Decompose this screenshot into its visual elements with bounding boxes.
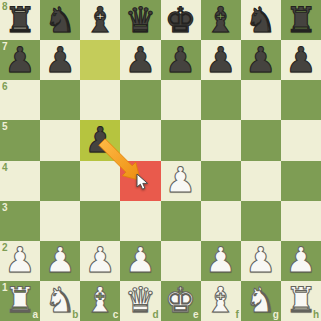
square-f7[interactable]: ♟ xyxy=(201,40,241,80)
piece-black-bishop-f8[interactable]: ♝ xyxy=(201,0,241,40)
piece-white-pawn-h2[interactable]: ♟ xyxy=(281,241,321,281)
piece-white-pawn-e4[interactable]: ♟ xyxy=(161,161,201,201)
rank-label-6: 6 xyxy=(2,82,8,92)
piece-white-rook-a1[interactable]: ♜ xyxy=(0,281,40,321)
square-a7[interactable]: 7♟ xyxy=(0,40,40,80)
square-f3[interactable] xyxy=(201,201,241,241)
square-b7[interactable]: ♟ xyxy=(40,40,80,80)
square-c4[interactable] xyxy=(80,161,120,201)
square-b4[interactable] xyxy=(40,161,80,201)
square-e5[interactable] xyxy=(161,120,201,160)
piece-black-pawn-d7[interactable]: ♟ xyxy=(120,40,160,80)
piece-black-bishop-c8[interactable]: ♝ xyxy=(80,0,120,40)
square-h7[interactable]: ♟ xyxy=(281,40,321,80)
piece-white-pawn-d2[interactable]: ♟ xyxy=(120,241,160,281)
square-g3[interactable] xyxy=(241,201,281,241)
square-a2[interactable]: 2♟ xyxy=(0,241,40,281)
piece-black-pawn-e7[interactable]: ♟ xyxy=(161,40,201,80)
square-e3[interactable] xyxy=(161,201,201,241)
square-a5[interactable]: 5 xyxy=(0,120,40,160)
square-b5[interactable] xyxy=(40,120,80,160)
piece-black-knight-g8[interactable]: ♞ xyxy=(241,0,281,40)
piece-black-pawn-g7[interactable]: ♟ xyxy=(241,40,281,80)
square-g1[interactable]: g♞ xyxy=(241,281,281,321)
piece-black-queen-d8[interactable]: ♛ xyxy=(120,0,160,40)
piece-black-pawn-a7[interactable]: ♟ xyxy=(0,40,40,80)
piece-white-king-e1[interactable]: ♚ xyxy=(161,281,201,321)
rank-label-3: 3 xyxy=(2,203,8,213)
piece-white-rook-h1[interactable]: ♜ xyxy=(281,281,321,321)
square-c7[interactable] xyxy=(80,40,120,80)
square-c2[interactable]: ♟ xyxy=(80,241,120,281)
square-h8[interactable]: ♜ xyxy=(281,0,321,40)
piece-white-bishop-c1[interactable]: ♝ xyxy=(80,281,120,321)
piece-white-knight-b1[interactable]: ♞ xyxy=(40,281,80,321)
square-d4[interactable] xyxy=(120,161,160,201)
square-h4[interactable] xyxy=(281,161,321,201)
square-h3[interactable] xyxy=(281,201,321,241)
piece-white-pawn-c2[interactable]: ♟ xyxy=(80,241,120,281)
square-d8[interactable]: ♛ xyxy=(120,0,160,40)
square-a4[interactable]: 4 xyxy=(0,161,40,201)
square-f4[interactable] xyxy=(201,161,241,201)
rank-label-5: 5 xyxy=(2,122,8,132)
square-g5[interactable] xyxy=(241,120,281,160)
square-f2[interactable]: ♟ xyxy=(201,241,241,281)
piece-white-queen-d1[interactable]: ♛ xyxy=(120,281,160,321)
square-g4[interactable] xyxy=(241,161,281,201)
square-a1[interactable]: 1a♜ xyxy=(0,281,40,321)
piece-black-pawn-h7[interactable]: ♟ xyxy=(281,40,321,80)
square-f6[interactable] xyxy=(201,80,241,120)
piece-white-pawn-f2[interactable]: ♟ xyxy=(201,241,241,281)
square-d7[interactable]: ♟ xyxy=(120,40,160,80)
piece-black-rook-a8[interactable]: ♜ xyxy=(0,0,40,40)
square-g8[interactable]: ♞ xyxy=(241,0,281,40)
piece-black-king-e8[interactable]: ♚ xyxy=(161,0,201,40)
square-c3[interactable] xyxy=(80,201,120,241)
rank-label-4: 4 xyxy=(2,163,8,173)
chess-board-area: 8♜♞♝♛♚♝♞♜7♟♟♟♟♟♟♟65♟4♟32♟♟♟♟♟♟♟1a♜b♞c♝d♛… xyxy=(0,0,321,321)
square-d5[interactable] xyxy=(120,120,160,160)
piece-black-pawn-b7[interactable]: ♟ xyxy=(40,40,80,80)
piece-white-pawn-g2[interactable]: ♟ xyxy=(241,241,281,281)
square-a3[interactable]: 3 xyxy=(0,201,40,241)
piece-black-knight-b8[interactable]: ♞ xyxy=(40,0,80,40)
square-e2[interactable] xyxy=(161,241,201,281)
square-f1[interactable]: f♝ xyxy=(201,281,241,321)
piece-white-pawn-b2[interactable]: ♟ xyxy=(40,241,80,281)
square-h2[interactable]: ♟ xyxy=(281,241,321,281)
square-f5[interactable] xyxy=(201,120,241,160)
piece-black-pawn-c5[interactable]: ♟ xyxy=(80,120,120,160)
square-b3[interactable] xyxy=(40,201,80,241)
square-f8[interactable]: ♝ xyxy=(201,0,241,40)
square-e1[interactable]: e♚ xyxy=(161,281,201,321)
piece-black-rook-h8[interactable]: ♜ xyxy=(281,0,321,40)
piece-white-bishop-f1[interactable]: ♝ xyxy=(201,281,241,321)
square-c1[interactable]: c♝ xyxy=(80,281,120,321)
square-e7[interactable]: ♟ xyxy=(161,40,201,80)
square-c8[interactable]: ♝ xyxy=(80,0,120,40)
square-a8[interactable]: 8♜ xyxy=(0,0,40,40)
square-h6[interactable] xyxy=(281,80,321,120)
piece-white-knight-g1[interactable]: ♞ xyxy=(241,281,281,321)
square-b2[interactable]: ♟ xyxy=(40,241,80,281)
square-e8[interactable]: ♚ xyxy=(161,0,201,40)
square-g2[interactable]: ♟ xyxy=(241,241,281,281)
chess-board[interactable]: 8♜♞♝♛♚♝♞♜7♟♟♟♟♟♟♟65♟4♟32♟♟♟♟♟♟♟1a♜b♞c♝d♛… xyxy=(0,0,321,321)
square-d6[interactable] xyxy=(120,80,160,120)
square-g7[interactable]: ♟ xyxy=(241,40,281,80)
square-b1[interactable]: b♞ xyxy=(40,281,80,321)
square-e6[interactable] xyxy=(161,80,201,120)
square-e4[interactable]: ♟ xyxy=(161,161,201,201)
square-d3[interactable] xyxy=(120,201,160,241)
square-b8[interactable]: ♞ xyxy=(40,0,80,40)
square-a6[interactable]: 6 xyxy=(0,80,40,120)
square-c6[interactable] xyxy=(80,80,120,120)
square-d2[interactable]: ♟ xyxy=(120,241,160,281)
piece-white-pawn-a2[interactable]: ♟ xyxy=(0,241,40,281)
square-d1[interactable]: d♛ xyxy=(120,281,160,321)
square-c5[interactable]: ♟ xyxy=(80,120,120,160)
square-h1[interactable]: h♜ xyxy=(281,281,321,321)
piece-black-pawn-f7[interactable]: ♟ xyxy=(201,40,241,80)
square-b6[interactable] xyxy=(40,80,80,120)
square-g6[interactable] xyxy=(241,80,281,120)
square-h5[interactable] xyxy=(281,120,321,160)
